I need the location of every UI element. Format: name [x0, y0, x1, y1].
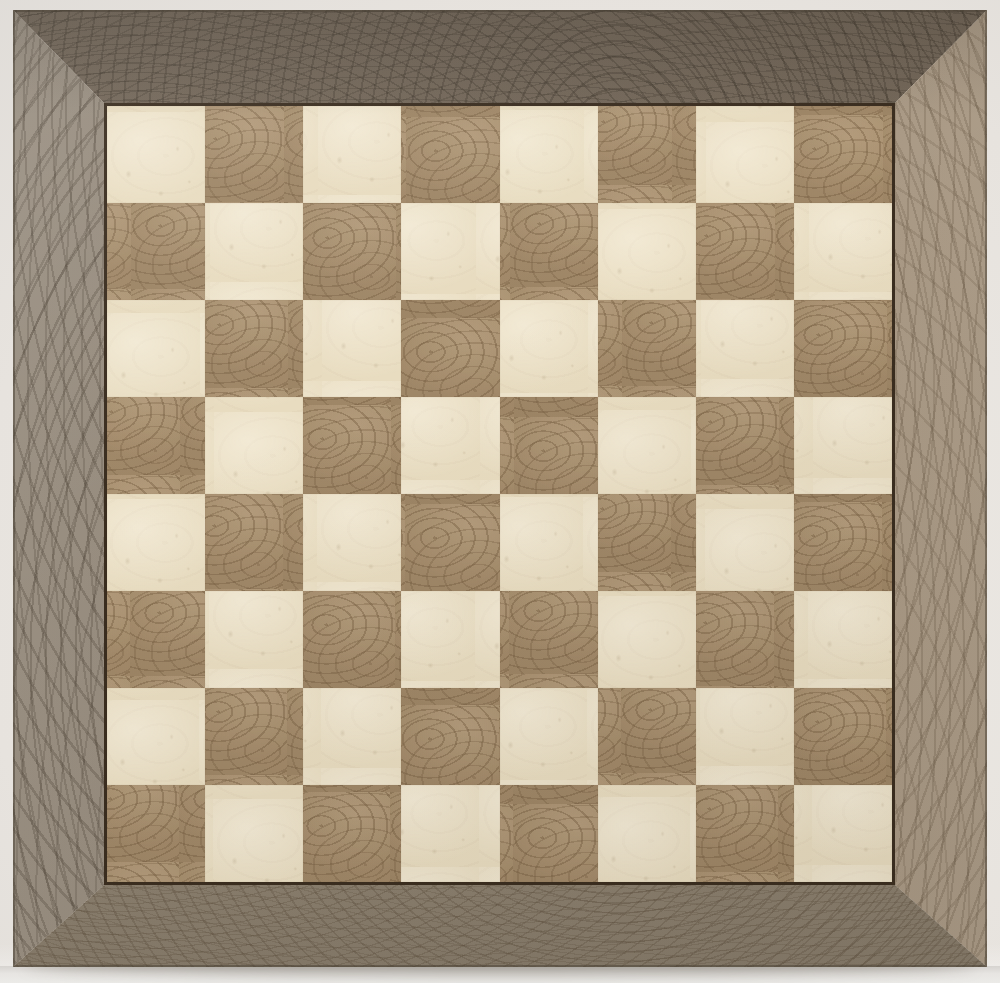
- square-h4[interactable]: [794, 494, 892, 591]
- square-c2[interactable]: [303, 688, 401, 785]
- square-f5[interactable]: [598, 397, 696, 494]
- square-d3[interactable]: [401, 591, 499, 688]
- square-a8[interactable]: [107, 106, 205, 203]
- square-h5[interactable]: [794, 397, 892, 494]
- square-d2[interactable]: [401, 688, 499, 785]
- square-g8[interactable]: [696, 106, 794, 203]
- square-a4[interactable]: [107, 494, 205, 591]
- square-f8[interactable]: [598, 106, 696, 203]
- square-g2[interactable]: [696, 688, 794, 785]
- square-b7[interactable]: [205, 203, 303, 300]
- square-d4[interactable]: [401, 494, 499, 591]
- square-e1[interactable]: [500, 785, 598, 882]
- board-grid: [107, 106, 892, 882]
- square-a7[interactable]: [107, 203, 205, 300]
- square-d7[interactable]: [401, 203, 499, 300]
- square-a1[interactable]: [107, 785, 205, 882]
- square-e4[interactable]: [500, 494, 598, 591]
- square-e8[interactable]: [500, 106, 598, 203]
- square-e2[interactable]: [500, 688, 598, 785]
- square-a3[interactable]: [107, 591, 205, 688]
- square-d5[interactable]: [401, 397, 499, 494]
- square-h1[interactable]: [794, 785, 892, 882]
- square-h3[interactable]: [794, 591, 892, 688]
- square-g6[interactable]: [696, 300, 794, 397]
- square-b4[interactable]: [205, 494, 303, 591]
- square-f7[interactable]: [598, 203, 696, 300]
- square-c5[interactable]: [303, 397, 401, 494]
- square-c1[interactable]: [303, 785, 401, 882]
- square-c7[interactable]: [303, 203, 401, 300]
- square-d6[interactable]: [401, 300, 499, 397]
- square-f6[interactable]: [598, 300, 696, 397]
- photo-background: [0, 0, 1000, 983]
- square-h2[interactable]: [794, 688, 892, 785]
- square-b2[interactable]: [205, 688, 303, 785]
- square-g3[interactable]: [696, 591, 794, 688]
- square-c6[interactable]: [303, 300, 401, 397]
- square-c4[interactable]: [303, 494, 401, 591]
- square-c3[interactable]: [303, 591, 401, 688]
- square-h8[interactable]: [794, 106, 892, 203]
- board-inner-border: [104, 103, 895, 885]
- square-g5[interactable]: [696, 397, 794, 494]
- square-f1[interactable]: [598, 785, 696, 882]
- square-g7[interactable]: [696, 203, 794, 300]
- square-e6[interactable]: [500, 300, 598, 397]
- square-a6[interactable]: [107, 300, 205, 397]
- square-g1[interactable]: [696, 785, 794, 882]
- square-d1[interactable]: [401, 785, 499, 882]
- square-b8[interactable]: [205, 106, 303, 203]
- square-b6[interactable]: [205, 300, 303, 397]
- square-a5[interactable]: [107, 397, 205, 494]
- square-e3[interactable]: [500, 591, 598, 688]
- square-f4[interactable]: [598, 494, 696, 591]
- square-g4[interactable]: [696, 494, 794, 591]
- square-f2[interactable]: [598, 688, 696, 785]
- square-c8[interactable]: [303, 106, 401, 203]
- square-a2[interactable]: [107, 688, 205, 785]
- square-e5[interactable]: [500, 397, 598, 494]
- square-b5[interactable]: [205, 397, 303, 494]
- square-b3[interactable]: [205, 591, 303, 688]
- square-b1[interactable]: [205, 785, 303, 882]
- square-h7[interactable]: [794, 203, 892, 300]
- square-h6[interactable]: [794, 300, 892, 397]
- square-e7[interactable]: [500, 203, 598, 300]
- square-f3[interactable]: [598, 591, 696, 688]
- chessboard: [13, 10, 987, 967]
- square-d8[interactable]: [401, 106, 499, 203]
